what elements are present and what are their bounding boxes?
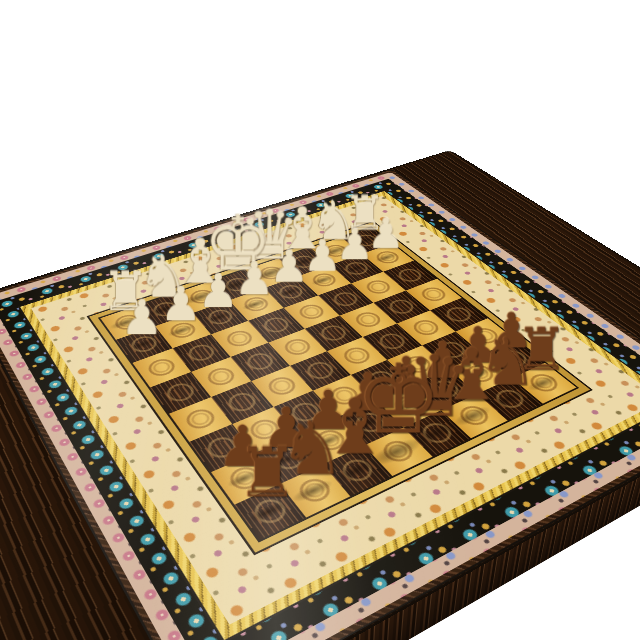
brown-pawn-h7: ♟ — [201, 414, 283, 477]
piece-shadow — [497, 351, 527, 367]
piece-shadow — [289, 477, 337, 506]
brown-pawn-g7: ♟ — [245, 396, 325, 458]
photo-scene: ♜♞♝♛♚♝♞♜♟♟♟♟♟♟♟♟♟♟♟♟♟♟♟♟♜♞♝♛♚♝♞♜ — [0, 0, 640, 640]
piece-shadow — [390, 397, 423, 415]
piece-shadow — [240, 298, 269, 312]
piece-shadow — [126, 337, 158, 352]
piece-shadow — [524, 373, 560, 393]
piece-shadow — [331, 457, 380, 486]
piece-shadow — [352, 414, 386, 433]
piece-shadow — [341, 263, 368, 275]
piece-shadow — [463, 366, 494, 383]
piece-shadow — [211, 274, 261, 297]
brown-pawn-e7: ♟ — [329, 362, 406, 421]
piece-shadow — [144, 301, 183, 319]
piece-shadow — [275, 286, 303, 299]
piece-shadow — [246, 498, 290, 525]
piece-shadow — [225, 468, 262, 490]
piece-shadow — [309, 274, 337, 287]
piece-shadow — [108, 314, 144, 331]
brown-king-e8: ♚ — [355, 348, 435, 450]
piece-shadow — [350, 234, 380, 247]
piece-shadow — [427, 381, 459, 398]
piece-shadow — [203, 310, 233, 324]
brown-pawn-f7: ♟ — [288, 379, 367, 440]
piece-shadow — [166, 323, 197, 338]
khatam-decorated-panel: ♜♞♝♛♚♝♞♜♟♟♟♟♟♟♟♟♟♟♟♟♟♟♟♟♜♞♝♛♚♝♞♜ — [0, 169, 640, 640]
piece-shadow — [180, 288, 220, 306]
piece-shadow — [317, 244, 351, 259]
piece-shadow — [488, 388, 529, 411]
piece-shadow — [311, 431, 346, 451]
piece-shadow — [373, 252, 400, 264]
piece-shadow — [284, 254, 321, 271]
brown-rook-h8: ♜ — [224, 435, 309, 511]
piece-shadow — [269, 449, 305, 470]
chess-box-lid: ♜♞♝♛♚♝♞♜♟♟♟♟♟♟♟♟♟♟♟♟♟♟♟♟♜♞♝♛♚♝♞♜ — [0, 150, 640, 640]
